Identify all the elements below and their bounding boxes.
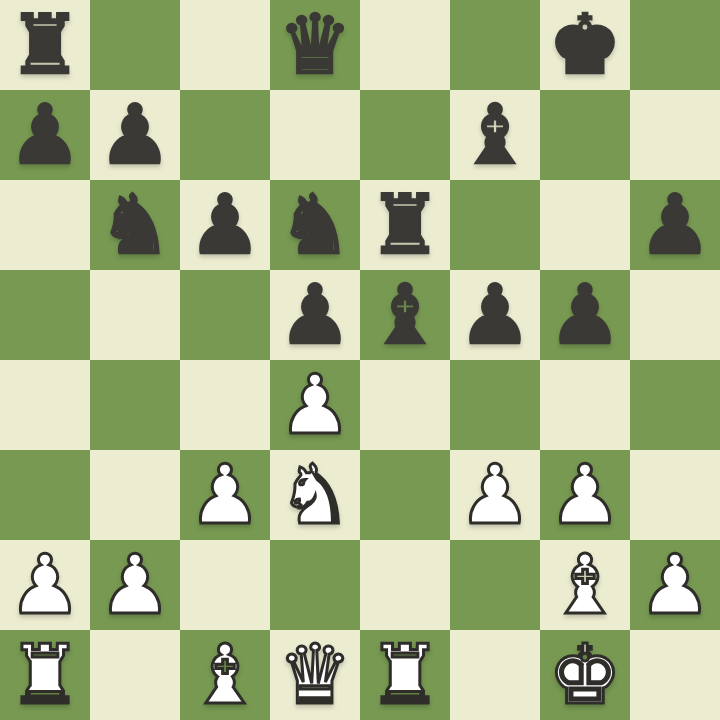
white-rook[interactable]: ♜ xyxy=(8,630,82,720)
square-e1[interactable]: ♜ xyxy=(360,630,450,720)
square-a7[interactable]: ♟ xyxy=(0,90,90,180)
square-e2[interactable] xyxy=(360,540,450,630)
square-h5[interactable] xyxy=(630,270,720,360)
square-h1[interactable] xyxy=(630,630,720,720)
square-c7[interactable] xyxy=(180,90,270,180)
square-h8[interactable] xyxy=(630,0,720,90)
square-b6[interactable]: ♞ xyxy=(90,180,180,270)
white-pawn[interactable]: ♟ xyxy=(638,540,712,630)
square-e3[interactable] xyxy=(360,450,450,540)
square-h3[interactable] xyxy=(630,450,720,540)
square-d1[interactable]: ♛ xyxy=(270,630,360,720)
white-queen[interactable]: ♛ xyxy=(278,630,352,720)
black-pawn[interactable]: ♟ xyxy=(188,180,262,270)
square-e7[interactable] xyxy=(360,90,450,180)
square-a3[interactable] xyxy=(0,450,90,540)
black-rook[interactable]: ♜ xyxy=(8,0,82,90)
square-b2[interactable]: ♟ xyxy=(90,540,180,630)
chess-board: ♜♛♚♟♟♝♞♟♞♜♟♟♝♟♟♟♟♞♟♟♟♟♝♟♜♝♛♜♚ xyxy=(0,0,720,720)
black-pawn[interactable]: ♟ xyxy=(98,90,172,180)
square-f1[interactable] xyxy=(450,630,540,720)
square-c1[interactable]: ♝ xyxy=(180,630,270,720)
square-g3[interactable]: ♟ xyxy=(540,450,630,540)
black-pawn[interactable]: ♟ xyxy=(548,270,622,360)
black-pawn[interactable]: ♟ xyxy=(638,180,712,270)
square-h7[interactable] xyxy=(630,90,720,180)
square-g6[interactable] xyxy=(540,180,630,270)
square-h4[interactable] xyxy=(630,360,720,450)
black-rook[interactable]: ♜ xyxy=(368,180,442,270)
square-g8[interactable]: ♚ xyxy=(540,0,630,90)
black-pawn[interactable]: ♟ xyxy=(458,270,532,360)
square-d3[interactable]: ♞ xyxy=(270,450,360,540)
square-b8[interactable] xyxy=(90,0,180,90)
square-c2[interactable] xyxy=(180,540,270,630)
square-a5[interactable] xyxy=(0,270,90,360)
square-a1[interactable]: ♜ xyxy=(0,630,90,720)
white-pawn[interactable]: ♟ xyxy=(98,540,172,630)
black-bishop[interactable]: ♝ xyxy=(368,270,442,360)
square-c4[interactable] xyxy=(180,360,270,450)
square-f3[interactable]: ♟ xyxy=(450,450,540,540)
black-king[interactable]: ♚ xyxy=(548,0,622,90)
square-f2[interactable] xyxy=(450,540,540,630)
square-e4[interactable] xyxy=(360,360,450,450)
square-d5[interactable]: ♟ xyxy=(270,270,360,360)
square-f5[interactable]: ♟ xyxy=(450,270,540,360)
square-c5[interactable] xyxy=(180,270,270,360)
square-b7[interactable]: ♟ xyxy=(90,90,180,180)
square-g4[interactable] xyxy=(540,360,630,450)
square-f8[interactable] xyxy=(450,0,540,90)
black-pawn[interactable]: ♟ xyxy=(8,90,82,180)
square-a2[interactable]: ♟ xyxy=(0,540,90,630)
square-f6[interactable] xyxy=(450,180,540,270)
square-c8[interactable] xyxy=(180,0,270,90)
black-knight[interactable]: ♞ xyxy=(98,180,172,270)
square-e6[interactable]: ♜ xyxy=(360,180,450,270)
square-h6[interactable]: ♟ xyxy=(630,180,720,270)
square-g7[interactable] xyxy=(540,90,630,180)
square-a4[interactable] xyxy=(0,360,90,450)
white-pawn[interactable]: ♟ xyxy=(8,540,82,630)
white-king[interactable]: ♚ xyxy=(548,630,622,720)
square-d7[interactable] xyxy=(270,90,360,180)
black-knight[interactable]: ♞ xyxy=(278,180,352,270)
white-pawn[interactable]: ♟ xyxy=(278,360,352,450)
square-g5[interactable]: ♟ xyxy=(540,270,630,360)
square-a8[interactable]: ♜ xyxy=(0,0,90,90)
white-knight[interactable]: ♞ xyxy=(278,450,352,540)
square-a6[interactable] xyxy=(0,180,90,270)
square-d2[interactable] xyxy=(270,540,360,630)
black-bishop[interactable]: ♝ xyxy=(458,90,532,180)
square-e8[interactable] xyxy=(360,0,450,90)
square-b4[interactable] xyxy=(90,360,180,450)
square-f7[interactable]: ♝ xyxy=(450,90,540,180)
square-d8[interactable]: ♛ xyxy=(270,0,360,90)
white-pawn[interactable]: ♟ xyxy=(548,450,622,540)
white-pawn[interactable]: ♟ xyxy=(188,450,262,540)
white-pawn[interactable]: ♟ xyxy=(458,450,532,540)
square-b3[interactable] xyxy=(90,450,180,540)
square-c3[interactable]: ♟ xyxy=(180,450,270,540)
white-bishop[interactable]: ♝ xyxy=(188,630,262,720)
white-bishop[interactable]: ♝ xyxy=(548,540,622,630)
square-c6[interactable]: ♟ xyxy=(180,180,270,270)
square-h2[interactable]: ♟ xyxy=(630,540,720,630)
black-pawn[interactable]: ♟ xyxy=(278,270,352,360)
square-b1[interactable] xyxy=(90,630,180,720)
black-queen[interactable]: ♛ xyxy=(278,0,352,90)
square-f4[interactable] xyxy=(450,360,540,450)
square-g1[interactable]: ♚ xyxy=(540,630,630,720)
square-e5[interactable]: ♝ xyxy=(360,270,450,360)
square-b5[interactable] xyxy=(90,270,180,360)
square-g2[interactable]: ♝ xyxy=(540,540,630,630)
square-d6[interactable]: ♞ xyxy=(270,180,360,270)
square-d4[interactable]: ♟ xyxy=(270,360,360,450)
white-rook[interactable]: ♜ xyxy=(368,630,442,720)
